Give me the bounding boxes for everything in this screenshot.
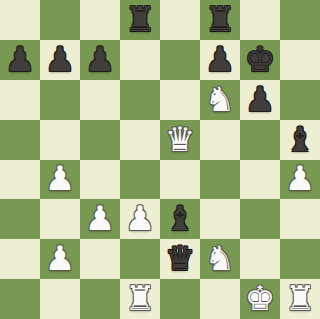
square-a7[interactable]: ♟: [0, 40, 40, 80]
square-g2[interactable]: [240, 239, 280, 279]
square-f4[interactable]: [200, 160, 240, 200]
black-pawn[interactable]: ♟: [245, 82, 275, 116]
square-d4[interactable]: [120, 160, 160, 200]
square-b3[interactable]: [40, 199, 80, 239]
black-pawn[interactable]: ♟: [85, 42, 115, 76]
square-b7[interactable]: ♟: [40, 40, 80, 80]
square-b8[interactable]: [40, 0, 80, 40]
square-a1[interactable]: [0, 279, 40, 319]
square-a5[interactable]: [0, 120, 40, 160]
white-knight[interactable]: ♞: [205, 82, 235, 116]
square-d2[interactable]: [120, 239, 160, 279]
square-b2[interactable]: ♟: [40, 239, 80, 279]
square-e7[interactable]: [160, 40, 200, 80]
square-g4[interactable]: [240, 160, 280, 200]
square-c6[interactable]: [80, 80, 120, 120]
square-g3[interactable]: [240, 199, 280, 239]
square-g1[interactable]: ♚: [240, 279, 280, 319]
square-g8[interactable]: [240, 0, 280, 40]
square-d5[interactable]: [120, 120, 160, 160]
square-f6[interactable]: ♞: [200, 80, 240, 120]
square-h6[interactable]: [280, 80, 320, 120]
square-e3[interactable]: ♝: [160, 199, 200, 239]
black-queen[interactable]: ♛: [165, 241, 195, 275]
square-h4[interactable]: ♟: [280, 160, 320, 200]
white-rook[interactable]: ♜: [125, 281, 155, 315]
square-d3[interactable]: ♟: [120, 199, 160, 239]
square-a4[interactable]: [0, 160, 40, 200]
white-rook[interactable]: ♜: [285, 281, 315, 315]
square-f3[interactable]: [200, 199, 240, 239]
black-bishop[interactable]: ♝: [165, 201, 195, 235]
white-queen[interactable]: ♛: [165, 122, 195, 156]
black-pawn[interactable]: ♟: [5, 42, 35, 76]
white-pawn[interactable]: ♟: [45, 161, 75, 195]
white-pawn[interactable]: ♟: [45, 241, 75, 275]
square-c8[interactable]: [80, 0, 120, 40]
square-d7[interactable]: [120, 40, 160, 80]
white-king[interactable]: ♚: [245, 281, 275, 315]
square-c2[interactable]: [80, 239, 120, 279]
square-h7[interactable]: [280, 40, 320, 80]
square-h5[interactable]: ♝: [280, 120, 320, 160]
square-a2[interactable]: [0, 239, 40, 279]
square-f1[interactable]: [200, 279, 240, 319]
square-b5[interactable]: [40, 120, 80, 160]
square-h3[interactable]: [280, 199, 320, 239]
black-king[interactable]: ♚: [245, 42, 275, 76]
square-h2[interactable]: [280, 239, 320, 279]
square-c1[interactable]: [80, 279, 120, 319]
black-pawn[interactable]: ♟: [205, 42, 235, 76]
square-e6[interactable]: [160, 80, 200, 120]
square-d6[interactable]: [120, 80, 160, 120]
square-g7[interactable]: ♚: [240, 40, 280, 80]
square-c7[interactable]: ♟: [80, 40, 120, 80]
square-e4[interactable]: [160, 160, 200, 200]
black-bishop[interactable]: ♝: [285, 122, 315, 156]
square-c5[interactable]: [80, 120, 120, 160]
square-f5[interactable]: [200, 120, 240, 160]
white-pawn[interactable]: ♟: [85, 201, 115, 235]
square-e1[interactable]: [160, 279, 200, 319]
square-f8[interactable]: ♜: [200, 0, 240, 40]
square-a6[interactable]: [0, 80, 40, 120]
square-g6[interactable]: ♟: [240, 80, 280, 120]
square-c3[interactable]: ♟: [80, 199, 120, 239]
white-pawn[interactable]: ♟: [285, 161, 315, 195]
square-f7[interactable]: ♟: [200, 40, 240, 80]
black-rook[interactable]: ♜: [205, 2, 235, 36]
black-rook[interactable]: ♜: [125, 2, 155, 36]
square-e8[interactable]: [160, 0, 200, 40]
square-b6[interactable]: [40, 80, 80, 120]
white-pawn[interactable]: ♟: [125, 201, 155, 235]
square-a3[interactable]: [0, 199, 40, 239]
square-b4[interactable]: ♟: [40, 160, 80, 200]
square-h8[interactable]: [280, 0, 320, 40]
square-c4[interactable]: [80, 160, 120, 200]
square-e2[interactable]: ♛: [160, 239, 200, 279]
square-d1[interactable]: ♜: [120, 279, 160, 319]
square-e5[interactable]: ♛: [160, 120, 200, 160]
square-b1[interactable]: [40, 279, 80, 319]
chess-board: ♜♜♟♟♟♟♚♞♟♛♝♟♟♟♟♝♟♛♞♜♚♜: [0, 0, 320, 319]
white-knight[interactable]: ♞: [205, 241, 235, 275]
square-a8[interactable]: [0, 0, 40, 40]
black-pawn[interactable]: ♟: [45, 42, 75, 76]
square-h1[interactable]: ♜: [280, 279, 320, 319]
square-d8[interactable]: ♜: [120, 0, 160, 40]
square-g5[interactable]: [240, 120, 280, 160]
square-f2[interactable]: ♞: [200, 239, 240, 279]
